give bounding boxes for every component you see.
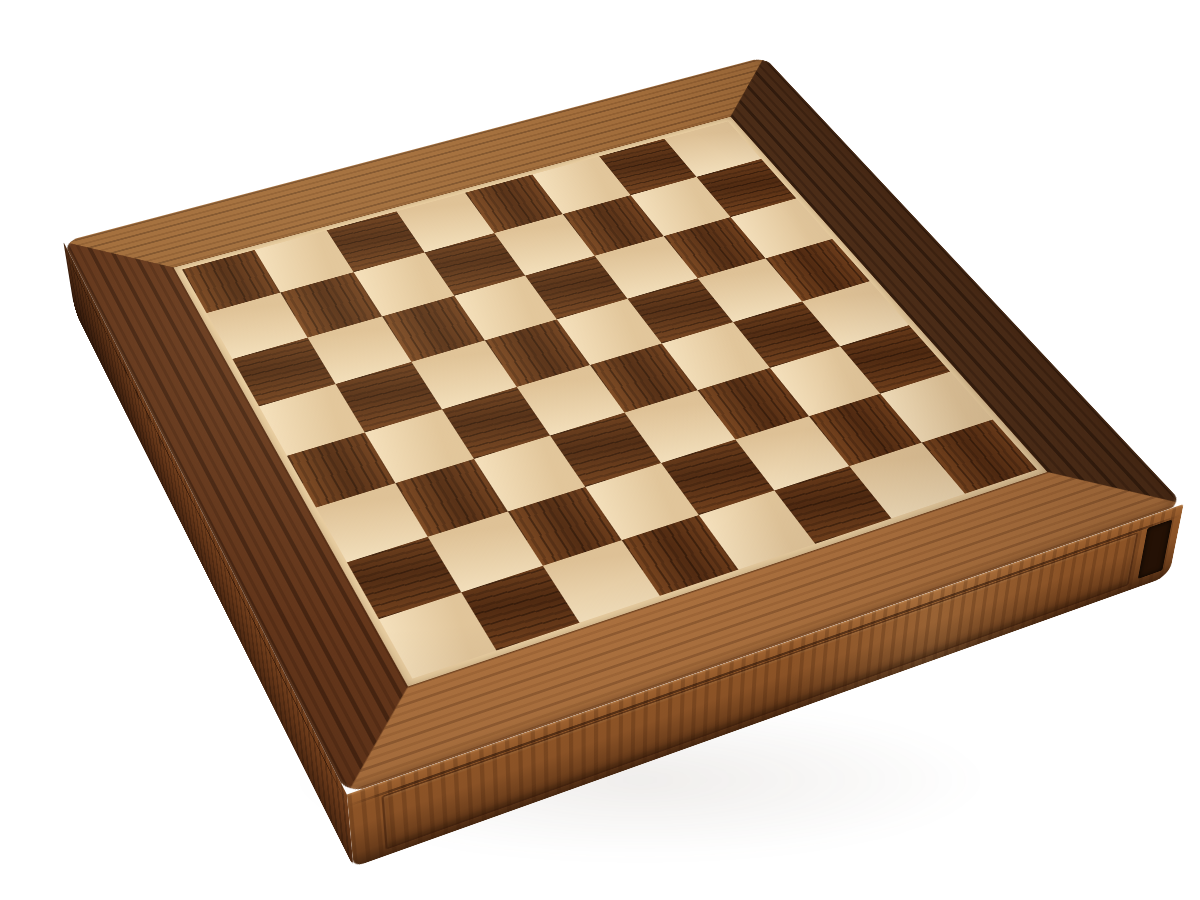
board-top-face [63,57,1183,794]
product-photo-background [0,0,1200,900]
